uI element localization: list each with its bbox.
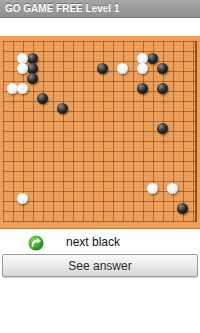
grid-line <box>3 91 197 92</box>
black-stone <box>27 73 38 84</box>
white-stone <box>17 63 28 74</box>
title-bar: GO GAME FREE Level 1 <box>0 0 200 18</box>
grid-line <box>3 221 197 222</box>
grid-line <box>3 141 197 142</box>
black-stone <box>157 123 168 134</box>
black-stone <box>147 53 158 64</box>
next-player-label: next black <box>0 235 186 249</box>
app-title: GO GAME FREE Level 1 <box>0 3 119 14</box>
see-answer-button[interactable]: See answer <box>2 254 198 277</box>
white-stone <box>147 183 158 194</box>
black-stone <box>37 93 48 104</box>
black-stone <box>157 63 168 74</box>
grid-line <box>3 41 197 42</box>
grid-line <box>3 101 197 102</box>
grid-line <box>3 51 197 52</box>
black-stone <box>97 63 108 74</box>
grid-line <box>3 211 197 212</box>
white-stone <box>167 183 178 194</box>
black-stone <box>177 203 188 214</box>
go-board[interactable] <box>0 36 200 229</box>
white-stone <box>17 193 28 204</box>
white-stone <box>17 83 28 94</box>
grid-line <box>3 171 197 172</box>
white-stone <box>137 63 148 74</box>
status-row: next black <box>0 232 200 252</box>
white-stone <box>117 63 128 74</box>
grid-line <box>3 151 197 152</box>
grid-line <box>3 161 197 162</box>
black-stone <box>137 83 148 94</box>
grid-line <box>3 111 197 112</box>
grid-line <box>3 201 197 202</box>
black-stone <box>57 103 68 114</box>
grid-line <box>3 181 197 182</box>
app-screen: GO GAME FREE Level 1 next black See answ… <box>0 0 200 333</box>
black-stone <box>157 83 168 94</box>
grid-line <box>3 131 197 132</box>
grid-line <box>3 121 197 122</box>
